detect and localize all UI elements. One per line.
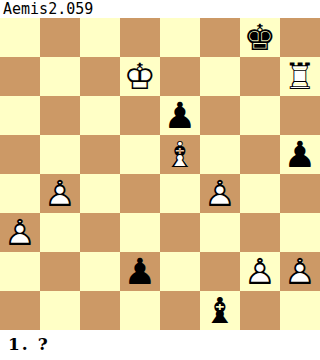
square-f2[interactable] — [200, 252, 240, 291]
black-king-piece[interactable]: ♚ — [240, 18, 280, 57]
square-b4[interactable]: ♟♙ — [40, 174, 80, 213]
white-pawn-piece[interactable]: ♙ — [0, 213, 40, 252]
move-prompt: 1. ? — [8, 334, 50, 354]
square-h5[interactable]: ♟ — [280, 135, 320, 174]
square-b3[interactable] — [40, 213, 80, 252]
square-c2[interactable] — [80, 252, 120, 291]
page-title: Aemis2.059 — [3, 1, 93, 17]
square-d2[interactable]: ♟ — [120, 252, 160, 291]
square-h3[interactable] — [280, 213, 320, 252]
square-f7[interactable] — [200, 57, 240, 96]
square-f1[interactable]: ♝ — [200, 291, 240, 330]
square-a8[interactable] — [0, 18, 40, 57]
square-e6[interactable]: ♟ — [160, 96, 200, 135]
square-f5[interactable] — [200, 135, 240, 174]
square-d8[interactable] — [120, 18, 160, 57]
square-d7[interactable]: ♚♔ — [120, 57, 160, 96]
square-f6[interactable] — [200, 96, 240, 135]
square-c7[interactable] — [80, 57, 120, 96]
square-e3[interactable] — [160, 213, 200, 252]
square-c6[interactable] — [80, 96, 120, 135]
square-c1[interactable] — [80, 291, 120, 330]
square-e4[interactable] — [160, 174, 200, 213]
square-c4[interactable] — [80, 174, 120, 213]
square-g8[interactable]: ♚ — [240, 18, 280, 57]
square-h7[interactable]: ♜♖ — [280, 57, 320, 96]
square-e8[interactable] — [160, 18, 200, 57]
square-d3[interactable] — [120, 213, 160, 252]
white-rook-piece[interactable]: ♖ — [280, 57, 320, 96]
square-b8[interactable] — [40, 18, 80, 57]
title-bar: Aemis2.059 — [0, 0, 320, 18]
square-h1[interactable] — [280, 291, 320, 330]
square-a6[interactable] — [0, 96, 40, 135]
square-g7[interactable] — [240, 57, 280, 96]
white-pawn-piece[interactable]: ♙ — [40, 174, 80, 213]
square-b2[interactable] — [40, 252, 80, 291]
square-d6[interactable] — [120, 96, 160, 135]
square-e2[interactable] — [160, 252, 200, 291]
square-b6[interactable] — [40, 96, 80, 135]
square-d5[interactable] — [120, 135, 160, 174]
square-g2[interactable]: ♟♙ — [240, 252, 280, 291]
square-g6[interactable] — [240, 96, 280, 135]
chess-board[interactable]: ♚♚♔♜♖♟♝♗♟♟♙♟♙♟♙♟♟♙♟♙♝ — [0, 18, 320, 330]
square-b1[interactable] — [40, 291, 80, 330]
square-e1[interactable] — [160, 291, 200, 330]
square-f4[interactable]: ♟♙ — [200, 174, 240, 213]
square-b5[interactable] — [40, 135, 80, 174]
square-d1[interactable] — [120, 291, 160, 330]
square-g5[interactable] — [240, 135, 280, 174]
square-h2[interactable]: ♟♙ — [280, 252, 320, 291]
square-c3[interactable] — [80, 213, 120, 252]
square-h4[interactable] — [280, 174, 320, 213]
square-b7[interactable] — [40, 57, 80, 96]
square-e5[interactable]: ♝♗ — [160, 135, 200, 174]
white-pawn-piece[interactable]: ♙ — [240, 252, 280, 291]
square-d4[interactable] — [120, 174, 160, 213]
square-h8[interactable] — [280, 18, 320, 57]
square-a1[interactable] — [0, 291, 40, 330]
square-g4[interactable] — [240, 174, 280, 213]
black-bishop-piece[interactable]: ♝ — [200, 291, 240, 330]
white-pawn-piece[interactable]: ♙ — [200, 174, 240, 213]
square-g1[interactable] — [240, 291, 280, 330]
square-a5[interactable] — [0, 135, 40, 174]
square-a3[interactable]: ♟♙ — [0, 213, 40, 252]
black-pawn-piece[interactable]: ♟ — [280, 135, 320, 174]
square-f8[interactable] — [200, 18, 240, 57]
white-bishop-piece[interactable]: ♗ — [160, 135, 200, 174]
square-h6[interactable] — [280, 96, 320, 135]
prompt-bar: 1. ? — [0, 330, 320, 360]
square-a7[interactable] — [0, 57, 40, 96]
square-c8[interactable] — [80, 18, 120, 57]
square-g3[interactable] — [240, 213, 280, 252]
square-c5[interactable] — [80, 135, 120, 174]
square-a4[interactable] — [0, 174, 40, 213]
square-f3[interactable] — [200, 213, 240, 252]
black-pawn-piece[interactable]: ♟ — [160, 96, 200, 135]
square-e7[interactable] — [160, 57, 200, 96]
black-pawn-piece[interactable]: ♟ — [120, 252, 160, 291]
white-king-piece[interactable]: ♔ — [120, 57, 160, 96]
white-pawn-piece[interactable]: ♙ — [280, 252, 320, 291]
square-a2[interactable] — [0, 252, 40, 291]
